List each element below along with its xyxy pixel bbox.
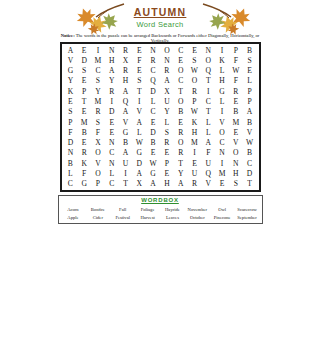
grid-cell: B bbox=[229, 107, 243, 117]
grid-cell: E bbox=[174, 117, 188, 127]
grid-cell: G bbox=[132, 148, 146, 158]
grid-cell: M bbox=[215, 168, 229, 178]
wordbox-words: AcornBonfireFallFoliageHayrideNovemberOw… bbox=[61, 206, 260, 222]
grid-cell: U bbox=[119, 158, 133, 168]
grid-cell: X bbox=[160, 86, 174, 96]
grid-cell: O bbox=[174, 96, 188, 106]
wordbox-word: Owl bbox=[210, 206, 235, 214]
grid-cell: R bbox=[229, 86, 243, 96]
grid-cell: K bbox=[215, 55, 229, 65]
grid-cell: C bbox=[243, 158, 257, 168]
grid-cell: N bbox=[160, 55, 174, 65]
grid-cell: R bbox=[119, 66, 133, 76]
grid-cell: S bbox=[64, 107, 78, 117]
grid-cell: B bbox=[243, 148, 257, 158]
grid-cell: L bbox=[215, 66, 229, 76]
grid-cell: L bbox=[201, 117, 215, 127]
grid-cell: C bbox=[174, 76, 188, 86]
wordbox: WORDBOX AcornBonfireFallFoliageHayrideNo… bbox=[58, 195, 263, 224]
grid-cell: H bbox=[160, 179, 174, 189]
wordbox-word: Hayride bbox=[160, 206, 185, 214]
grid-cell: O bbox=[188, 76, 202, 86]
grid-cell: S bbox=[91, 76, 105, 86]
grid-cell: L bbox=[64, 168, 78, 178]
grid-cell: A bbox=[119, 148, 133, 158]
grid-cell: G bbox=[77, 179, 91, 189]
grid-cell: S bbox=[243, 55, 257, 65]
grid-cell: G bbox=[146, 168, 160, 178]
grid-cell: S bbox=[229, 179, 243, 189]
grid-cell: U bbox=[201, 158, 215, 168]
wordbox-word: Fall bbox=[110, 206, 135, 214]
grid-cell: V bbox=[215, 117, 229, 127]
grid-cell: V bbox=[132, 107, 146, 117]
wordbox-word: Leaves bbox=[160, 214, 185, 222]
grid-cell: E bbox=[215, 179, 229, 189]
grid-cell: I bbox=[188, 148, 202, 158]
grid-cell: E bbox=[243, 66, 257, 76]
grid-cell: H bbox=[188, 127, 202, 137]
grid-cell: F bbox=[201, 148, 215, 158]
grid-cell: S bbox=[132, 76, 146, 86]
wordbox-word: Festival bbox=[110, 214, 135, 222]
grid-cell: E bbox=[77, 107, 91, 117]
grid-cell: C bbox=[146, 107, 160, 117]
grid-cell: X bbox=[132, 179, 146, 189]
grid-cell: V bbox=[91, 158, 105, 168]
grid-cell: W bbox=[188, 66, 202, 76]
grid-cell: L bbox=[132, 127, 146, 137]
grid-cell: O bbox=[215, 127, 229, 137]
grid-cell: Y bbox=[160, 107, 174, 117]
grid-cell: P bbox=[64, 117, 78, 127]
grid-cell: Q bbox=[146, 76, 160, 86]
grid-cell: M bbox=[229, 117, 243, 127]
grid-cell: P bbox=[160, 158, 174, 168]
grid-cell: B bbox=[174, 107, 188, 117]
grid-cell: L bbox=[215, 96, 229, 106]
grid-cell: T bbox=[119, 179, 133, 189]
grid-cell: K bbox=[188, 117, 202, 127]
grid-cell: V bbox=[229, 138, 243, 148]
grid-cell: V bbox=[119, 117, 133, 127]
grid-cell: N bbox=[105, 45, 119, 55]
grid-cell: T bbox=[174, 158, 188, 168]
grid-cell: B bbox=[243, 117, 257, 127]
grid-cell: H bbox=[105, 55, 119, 65]
grid-cell: Y bbox=[91, 86, 105, 96]
grid-cell: I bbox=[91, 45, 105, 55]
wordbox-word: Cider bbox=[85, 214, 110, 222]
grid-cell: C bbox=[201, 96, 215, 106]
notice-label: Notice: bbox=[61, 33, 75, 38]
grid-cell: C bbox=[215, 138, 229, 148]
grid-cell: C bbox=[64, 179, 78, 189]
grid-cell: A bbox=[105, 66, 119, 76]
grid-cell: S bbox=[188, 55, 202, 65]
grid-cell: F bbox=[229, 76, 243, 86]
grid-cell: R bbox=[160, 138, 174, 148]
grid-cell: A bbox=[201, 138, 215, 148]
grid-cell: B bbox=[243, 45, 257, 55]
grid-cell: P bbox=[243, 86, 257, 96]
grid-cell: H bbox=[119, 76, 133, 86]
grid-cell: A bbox=[243, 107, 257, 117]
grid-cell: C bbox=[174, 45, 188, 55]
grid-cell: F bbox=[77, 168, 91, 178]
grid-cell: M bbox=[188, 138, 202, 148]
grid-cell: S bbox=[77, 66, 91, 76]
header: AUTUMN Word Search bbox=[54, 7, 267, 28]
grid-cell: Y bbox=[105, 76, 119, 86]
grid-cell: D bbox=[77, 55, 91, 65]
worksheet-page: AUTUMN Word Search Notice: The words in … bbox=[54, 0, 267, 350]
grid-cell: M bbox=[77, 117, 91, 127]
grid-cell: Y bbox=[64, 76, 78, 86]
grid-cell: I bbox=[105, 96, 119, 106]
grid-cell: I bbox=[215, 158, 229, 168]
wordbox-title: WORDBOX bbox=[61, 197, 260, 204]
wordbox-word: Acorn bbox=[61, 206, 86, 214]
grid-cell: A bbox=[119, 86, 133, 96]
grid-cell: O bbox=[229, 148, 243, 158]
grid-cell: T bbox=[77, 96, 91, 106]
grid-cell: E bbox=[229, 96, 243, 106]
grid-cell: U bbox=[160, 96, 174, 106]
grid-cell: E bbox=[77, 76, 91, 86]
grid-cell: U bbox=[188, 168, 202, 178]
grid-cell: C bbox=[105, 179, 119, 189]
grid-cell: E bbox=[132, 45, 146, 55]
grid-cell: O bbox=[174, 66, 188, 76]
grid-cell: R bbox=[105, 86, 119, 96]
grid-cell: E bbox=[64, 96, 78, 106]
grid-cell: G bbox=[215, 86, 229, 96]
grid-cell: I bbox=[119, 168, 133, 178]
grid-cell: M bbox=[91, 55, 105, 65]
grid-cell: L bbox=[160, 117, 174, 127]
grid-cell: O bbox=[91, 148, 105, 158]
grid-cell: C bbox=[91, 66, 105, 76]
grid-cell: M bbox=[91, 96, 105, 106]
grid-cell: R bbox=[146, 55, 160, 65]
grid-cell: D bbox=[243, 168, 257, 178]
grid-cell: A bbox=[64, 45, 78, 55]
grid-cell: C bbox=[146, 66, 160, 76]
grid-cell: B bbox=[146, 138, 160, 148]
grid-cell: E bbox=[188, 45, 202, 55]
grid-cell: D bbox=[64, 138, 78, 148]
grid-cell: E bbox=[105, 127, 119, 137]
grid-cell: T bbox=[132, 86, 146, 96]
grid-cell: L bbox=[201, 127, 215, 137]
grid-cell: W bbox=[229, 66, 243, 76]
grid-cell: V bbox=[243, 127, 257, 137]
grid-cell: I bbox=[201, 86, 215, 96]
wordbox-word: Pinecone bbox=[210, 214, 235, 222]
grid-cell: F bbox=[91, 127, 105, 137]
grid-cell: T bbox=[243, 179, 257, 189]
grid-cell: W bbox=[132, 138, 146, 148]
wordbox-word: November bbox=[185, 206, 210, 214]
grid-cell: I bbox=[132, 96, 146, 106]
grid-cell: F bbox=[64, 127, 78, 137]
grid-cell: N bbox=[64, 148, 78, 158]
grid-cell: N bbox=[229, 158, 243, 168]
page-title: AUTUMN bbox=[54, 7, 267, 18]
grid-cell: Q bbox=[201, 168, 215, 178]
grid-cell: P bbox=[91, 179, 105, 189]
grid-cell: K bbox=[64, 86, 78, 96]
grid-cell: N bbox=[105, 158, 119, 168]
grid-cell: O bbox=[201, 55, 215, 65]
grid-cell: R bbox=[174, 127, 188, 137]
grid-cell: T bbox=[201, 76, 215, 86]
grid-cell: B bbox=[119, 138, 133, 148]
grid-cell: R bbox=[77, 148, 91, 158]
grid-cell: N bbox=[146, 45, 160, 55]
grid-cell: N bbox=[201, 45, 215, 55]
grid-cell: A bbox=[119, 107, 133, 117]
grid-cell: L bbox=[243, 76, 257, 86]
grid-cell: K bbox=[77, 158, 91, 168]
grid-cell: E bbox=[174, 55, 188, 65]
grid-cell: B bbox=[77, 127, 91, 137]
grid-cell: V bbox=[64, 55, 78, 65]
grid-cell: O bbox=[160, 45, 174, 55]
word-search-grid: AEINRENOCENIPBVDMHXFRNESOKFSGSCARECROWQL… bbox=[64, 45, 257, 189]
wordbox-word: Foliage bbox=[135, 206, 160, 214]
grid-cell: N bbox=[105, 138, 119, 148]
grid-cell: T bbox=[201, 107, 215, 117]
grid-cell: E bbox=[188, 158, 202, 168]
wordbox-word: Apple bbox=[61, 214, 86, 222]
grid-cell: Y bbox=[174, 168, 188, 178]
grid-cell: R bbox=[188, 86, 202, 96]
grid-cell: E bbox=[160, 168, 174, 178]
grid-cell: P bbox=[243, 96, 257, 106]
grid-cell: H bbox=[229, 168, 243, 178]
grid-cell: N bbox=[215, 148, 229, 158]
grid-cell: R bbox=[174, 148, 188, 158]
grid-cell: A bbox=[160, 76, 174, 86]
grid-cell: I bbox=[215, 107, 229, 117]
grid-cell: G bbox=[64, 66, 78, 76]
grid-cell: F bbox=[229, 55, 243, 65]
grid-cell: L bbox=[146, 96, 160, 106]
wordbox-word: Scarecrow bbox=[235, 206, 260, 214]
grid-cell: C bbox=[105, 148, 119, 158]
wordbox-word: Bonfire bbox=[85, 206, 110, 214]
grid-cell: A bbox=[132, 117, 146, 127]
grid-cell: R bbox=[119, 45, 133, 55]
grid-cell: D bbox=[132, 158, 146, 168]
grid-cell: W bbox=[146, 158, 160, 168]
grid-cell: B bbox=[64, 158, 78, 168]
grid-cell: O bbox=[174, 138, 188, 148]
grid-cell: E bbox=[146, 148, 160, 158]
word-search-grid-box: AEINRENOCENIPBVDMHXFRNESOKFSGSCARECROWQL… bbox=[60, 42, 261, 192]
grid-cell: A bbox=[132, 168, 146, 178]
grid-cell: E bbox=[229, 127, 243, 137]
grid-cell: D bbox=[146, 127, 160, 137]
grid-cell: H bbox=[215, 76, 229, 86]
grid-cell: D bbox=[146, 86, 160, 96]
grid-cell: P bbox=[77, 86, 91, 96]
grid-cell: S bbox=[91, 117, 105, 127]
grid-cell: Q bbox=[119, 96, 133, 106]
grid-cell: I bbox=[215, 45, 229, 55]
grid-cell: P bbox=[229, 45, 243, 55]
grid-cell: W bbox=[188, 107, 202, 117]
grid-cell: A bbox=[174, 179, 188, 189]
grid-cell: W bbox=[243, 138, 257, 148]
grid-cell: X bbox=[119, 55, 133, 65]
grid-cell: O bbox=[91, 168, 105, 178]
grid-cell: L bbox=[105, 168, 119, 178]
grid-cell: D bbox=[105, 107, 119, 117]
grid-cell: R bbox=[188, 179, 202, 189]
grid-cell: E bbox=[77, 138, 91, 148]
wordbox-word: September bbox=[235, 214, 260, 222]
grid-cell: E bbox=[77, 45, 91, 55]
grid-cell: E bbox=[146, 117, 160, 127]
grid-cell: R bbox=[160, 66, 174, 76]
grid-cell: A bbox=[146, 179, 160, 189]
grid-cell: S bbox=[160, 127, 174, 137]
wordbox-word: October bbox=[185, 214, 210, 222]
grid-cell: E bbox=[160, 148, 174, 158]
grid-cell: E bbox=[105, 117, 119, 127]
grid-cell: P bbox=[188, 96, 202, 106]
grid-cell: F bbox=[132, 55, 146, 65]
grid-cell: R bbox=[91, 107, 105, 117]
page-subtitle: Word Search bbox=[54, 21, 267, 29]
grid-cell: Q bbox=[201, 66, 215, 76]
grid-cell: X bbox=[91, 138, 105, 148]
grid-cell: G bbox=[119, 127, 133, 137]
wordbox-word: Harvest bbox=[135, 214, 160, 222]
grid-cell: T bbox=[174, 86, 188, 96]
grid-cell: E bbox=[132, 66, 146, 76]
grid-cell: V bbox=[201, 179, 215, 189]
